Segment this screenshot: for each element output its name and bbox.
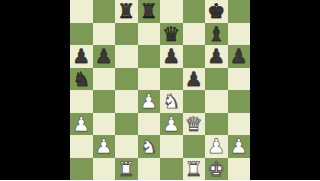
square-c2[interactable] [115, 135, 138, 158]
square-h2[interactable]: ♟ [228, 135, 251, 158]
piece-white-rook[interactable]: ♜ [185, 158, 203, 178]
square-f6[interactable] [183, 45, 206, 68]
square-c6[interactable] [115, 45, 138, 68]
square-b3[interactable] [93, 113, 116, 136]
square-c8[interactable]: ♜ [115, 0, 138, 23]
piece-black-pawn[interactable]: ♟ [207, 46, 225, 66]
square-c3[interactable] [115, 113, 138, 136]
piece-white-king[interactable]: ♚ [207, 158, 225, 178]
piece-white-pawn[interactable]: ♟ [230, 136, 248, 156]
square-a3[interactable]: ♟ [70, 113, 93, 136]
square-h8[interactable] [228, 0, 251, 23]
square-a4[interactable] [70, 90, 93, 113]
square-a7[interactable] [70, 23, 93, 46]
piece-black-pawn[interactable]: ♟ [185, 68, 203, 88]
piece-black-bishop[interactable]: ♝ [207, 23, 225, 43]
square-d8[interactable]: ♜ [138, 0, 161, 23]
square-a8[interactable] [70, 0, 93, 23]
square-f8[interactable] [183, 0, 206, 23]
square-a5[interactable]: ♞ [70, 68, 93, 91]
square-e8[interactable] [160, 0, 183, 23]
piece-white-pawn[interactable]: ♟ [72, 113, 90, 133]
square-h6[interactable]: ♟ [228, 45, 251, 68]
piece-black-king[interactable]: ♚ [207, 1, 225, 21]
square-g7[interactable]: ♝ [205, 23, 228, 46]
square-f1[interactable]: ♜ [183, 158, 206, 181]
piece-black-rook[interactable]: ♜ [117, 1, 135, 21]
square-d6[interactable] [138, 45, 161, 68]
piece-black-pawn[interactable]: ♟ [230, 46, 248, 66]
square-b6[interactable]: ♟ [93, 45, 116, 68]
square-e1[interactable] [160, 158, 183, 181]
square-d2[interactable]: ♞ [138, 135, 161, 158]
square-h5[interactable] [228, 68, 251, 91]
square-e3[interactable]: ♟ [160, 113, 183, 136]
screenshot-root: ♜♜♚♛♝♟♟♟♟♟♞♟♟♞♟♟♛♟♞♟♟♜♜♚ [0, 0, 320, 180]
square-f3[interactable]: ♛ [183, 113, 206, 136]
piece-white-rook[interactable]: ♜ [117, 158, 135, 178]
square-d3[interactable] [138, 113, 161, 136]
square-b8[interactable] [93, 0, 116, 23]
piece-black-rook[interactable]: ♜ [140, 1, 158, 21]
piece-black-pawn[interactable]: ♟ [72, 46, 90, 66]
square-c4[interactable] [115, 90, 138, 113]
square-g3[interactable] [205, 113, 228, 136]
square-h3[interactable] [228, 113, 251, 136]
square-g8[interactable]: ♚ [205, 0, 228, 23]
square-h1[interactable] [228, 158, 251, 181]
piece-white-pawn[interactable]: ♟ [162, 113, 180, 133]
piece-black-pawn[interactable]: ♟ [162, 46, 180, 66]
square-h7[interactable] [228, 23, 251, 46]
piece-white-knight[interactable]: ♞ [162, 91, 180, 111]
square-g4[interactable] [205, 90, 228, 113]
piece-black-pawn[interactable]: ♟ [95, 46, 113, 66]
square-f5[interactable]: ♟ [183, 68, 206, 91]
square-a1[interactable] [70, 158, 93, 181]
square-e2[interactable] [160, 135, 183, 158]
square-f4[interactable] [183, 90, 206, 113]
chess-board[interactable]: ♜♜♚♛♝♟♟♟♟♟♞♟♟♞♟♟♛♟♞♟♟♜♜♚ [70, 0, 250, 180]
square-e5[interactable] [160, 68, 183, 91]
piece-white-pawn[interactable]: ♟ [95, 136, 113, 156]
letterbox-right [250, 0, 320, 180]
square-e6[interactable]: ♟ [160, 45, 183, 68]
letterbox-left [0, 0, 70, 180]
piece-white-knight[interactable]: ♞ [140, 136, 158, 156]
square-e4[interactable]: ♞ [160, 90, 183, 113]
square-g5[interactable] [205, 68, 228, 91]
piece-black-queen[interactable]: ♛ [162, 23, 180, 43]
piece-white-pawn[interactable]: ♟ [140, 91, 158, 111]
square-g6[interactable]: ♟ [205, 45, 228, 68]
square-b1[interactable] [93, 158, 116, 181]
square-g2[interactable]: ♟ [205, 135, 228, 158]
square-d4[interactable]: ♟ [138, 90, 161, 113]
square-f7[interactable] [183, 23, 206, 46]
square-h4[interactable] [228, 90, 251, 113]
square-c7[interactable] [115, 23, 138, 46]
square-d7[interactable] [138, 23, 161, 46]
piece-black-knight[interactable]: ♞ [72, 68, 90, 88]
square-d1[interactable] [138, 158, 161, 181]
square-g1[interactable]: ♚ [205, 158, 228, 181]
piece-white-pawn[interactable]: ♟ [207, 136, 225, 156]
square-b5[interactable] [93, 68, 116, 91]
square-c5[interactable] [115, 68, 138, 91]
square-f2[interactable] [183, 135, 206, 158]
square-b2[interactable]: ♟ [93, 135, 116, 158]
square-e7[interactable]: ♛ [160, 23, 183, 46]
square-c1[interactable]: ♜ [115, 158, 138, 181]
square-a6[interactable]: ♟ [70, 45, 93, 68]
square-b7[interactable] [93, 23, 116, 46]
square-d5[interactable] [138, 68, 161, 91]
square-a2[interactable] [70, 135, 93, 158]
square-b4[interactable] [93, 90, 116, 113]
piece-white-queen[interactable]: ♛ [185, 113, 203, 133]
